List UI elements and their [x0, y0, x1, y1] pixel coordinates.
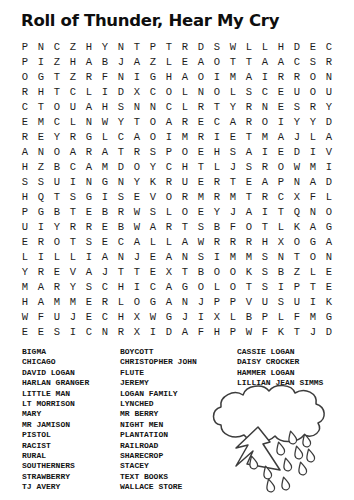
- grid-cell: T: [289, 249, 305, 264]
- grid-cell: E: [145, 249, 161, 264]
- grid-cell: C: [97, 309, 113, 324]
- grid-cell: B: [49, 159, 65, 174]
- grid-cell: A: [161, 249, 177, 264]
- grid-cell: S: [65, 189, 81, 204]
- grid-cell: R: [113, 204, 129, 219]
- grid-cell: R: [209, 234, 225, 249]
- grid-cell: U: [49, 174, 65, 189]
- grid-cell: U: [289, 84, 305, 99]
- grid-cell: G: [305, 234, 321, 249]
- grid-cell: I: [209, 129, 225, 144]
- grid-cell: O: [209, 54, 225, 69]
- word-list-item: LOGAN FAMILY: [120, 389, 197, 399]
- grid-cell: P: [145, 39, 161, 54]
- grid-cell: L: [321, 189, 337, 204]
- grid-cell: D: [321, 114, 337, 129]
- grid-cell: N: [33, 39, 49, 54]
- grid-cell: I: [33, 219, 49, 234]
- grid-cell: S: [193, 219, 209, 234]
- grid-cell: W: [289, 159, 305, 174]
- grid-cell: I: [97, 84, 113, 99]
- grid-cell: Q: [33, 189, 49, 204]
- grid-cell: L: [225, 309, 241, 324]
- grid-cell: N: [97, 324, 113, 339]
- grid-cell: G: [97, 174, 113, 189]
- grid-cell: L: [273, 309, 289, 324]
- word-list-column-3: CASSIE LOGANDAISY CROCKERHAMMER LOGANLIL…: [237, 347, 323, 389]
- grid-cell: C: [257, 84, 273, 99]
- page-title: Roll of Thunder, Hear My Cry: [21, 11, 279, 30]
- grid-cell: A: [241, 204, 257, 219]
- grid-cell: P: [257, 309, 273, 324]
- grid-cell: T: [65, 234, 81, 249]
- word-list-item: PISTOL: [22, 430, 89, 440]
- word-list-item: SOUTHERNERS: [22, 461, 89, 471]
- grid-cell: H: [97, 99, 113, 114]
- grid-cell: N: [321, 69, 337, 84]
- grid-cell: R: [33, 234, 49, 249]
- grid-cell: O: [209, 264, 225, 279]
- word-list-item: PLANTATION: [120, 430, 197, 440]
- grid-cell: R: [193, 99, 209, 114]
- word-list-item: LITTLE MAN: [22, 389, 89, 399]
- grid-cell: T: [49, 189, 65, 204]
- grid-cell: W: [129, 204, 145, 219]
- grid-cell: H: [81, 39, 97, 54]
- grid-cell: L: [305, 129, 321, 144]
- grid-cell: E: [129, 189, 145, 204]
- grid-cell: B: [97, 204, 113, 219]
- grid-cell: C: [161, 159, 177, 174]
- grid-cell: A: [161, 114, 177, 129]
- grid-cell: A: [257, 54, 273, 69]
- grid-cell: S: [113, 99, 129, 114]
- grid-cell: R: [225, 234, 241, 249]
- grid-cell: J: [193, 294, 209, 309]
- grid-cell: G: [81, 189, 97, 204]
- grid-cell: W: [241, 324, 257, 339]
- grid-cell: A: [129, 54, 145, 69]
- grid-cell: X: [209, 309, 225, 324]
- grid-cell: O: [289, 234, 305, 249]
- grid-cell: R: [49, 279, 65, 294]
- grid-cell: H: [113, 279, 129, 294]
- grid-cell: Y: [129, 174, 145, 189]
- grid-cell: A: [241, 144, 257, 159]
- grid-cell: E: [81, 309, 97, 324]
- grid-cell: E: [145, 264, 161, 279]
- worksheet-page: Roll of Thunder, Hear My Cry PNCZHYNTPTR…: [0, 0, 354, 500]
- grid-cell: R: [241, 114, 257, 129]
- grid-cell: L: [177, 84, 193, 99]
- grid-cell: E: [193, 144, 209, 159]
- grid-cell: R: [65, 129, 81, 144]
- grid-cell: D: [113, 159, 129, 174]
- grid-cell: G: [321, 219, 337, 234]
- grid-cell: O: [305, 249, 321, 264]
- grid-cell: C: [49, 114, 65, 129]
- grid-cell: S: [145, 144, 161, 159]
- grid-cell: K: [145, 174, 161, 189]
- grid-cell: E: [17, 324, 33, 339]
- grid-cell: S: [273, 294, 289, 309]
- grid-cell: I: [33, 249, 49, 264]
- grid-cell: L: [305, 264, 321, 279]
- grid-cell: X: [129, 324, 145, 339]
- grid-cell: J: [177, 309, 193, 324]
- grid-cell: O: [129, 294, 145, 309]
- grid-cell: Y: [97, 39, 113, 54]
- grid-cell: R: [161, 219, 177, 234]
- grid-cell: H: [65, 54, 81, 69]
- grid-cell: X: [289, 189, 305, 204]
- grid-cell: R: [257, 189, 273, 204]
- grid-cell: R: [81, 219, 97, 234]
- grid-cell: O: [225, 279, 241, 294]
- grid-cell: O: [17, 69, 33, 84]
- grid-cell: Y: [145, 159, 161, 174]
- grid-cell: R: [17, 84, 33, 99]
- grid-cell: I: [257, 204, 273, 219]
- grid-cell: T: [305, 279, 321, 294]
- grid-cell: M: [241, 249, 257, 264]
- grid-cell: N: [177, 294, 193, 309]
- grid-cell: A: [81, 54, 97, 69]
- grid-cell: O: [305, 69, 321, 84]
- grid-cell: Y: [305, 114, 321, 129]
- word-list-item: SHARECROP: [120, 451, 197, 461]
- grid-cell: E: [81, 204, 97, 219]
- grid-cell: T: [225, 174, 241, 189]
- grid-cell: E: [17, 234, 33, 249]
- grid-cell: R: [241, 99, 257, 114]
- grid-cell: A: [257, 174, 273, 189]
- grid-cell: B: [193, 264, 209, 279]
- grid-cell: H: [209, 144, 225, 159]
- grid-cell: B: [209, 219, 225, 234]
- grid-cell: R: [177, 39, 193, 54]
- grid-cell: C: [17, 99, 33, 114]
- grid-cell: F: [193, 324, 209, 339]
- word-list-item: DAISY CROCKER: [237, 357, 323, 367]
- word-list-item: RURAL: [22, 451, 89, 461]
- grid-cell: A: [225, 114, 241, 129]
- grid-cell: O: [177, 144, 193, 159]
- word-list-item: MARY: [22, 409, 89, 419]
- grid-cell: R: [97, 294, 113, 309]
- grid-cell: N: [113, 39, 129, 54]
- grid-cell: M: [33, 114, 49, 129]
- grid-cell: T: [273, 204, 289, 219]
- word-list-column-1: BIGMACHICAGODAVID LOGANHARLAN GRANGERLIT…: [22, 347, 89, 493]
- grid-cell: M: [49, 294, 65, 309]
- grid-cell: J: [289, 129, 305, 144]
- grid-cell: M: [97, 159, 113, 174]
- grid-cell: B: [273, 264, 289, 279]
- grid-cell: U: [65, 99, 81, 114]
- grid-cell: Y: [49, 219, 65, 234]
- grid-cell: E: [193, 174, 209, 189]
- grid-cell: R: [177, 114, 193, 129]
- grid-cell: U: [257, 294, 273, 309]
- grid-cell: T: [241, 189, 257, 204]
- grid-cell: R: [113, 324, 129, 339]
- grid-cell: D: [289, 144, 305, 159]
- grid-cell: O: [321, 204, 337, 219]
- word-list-item: WALLACE STORE: [120, 482, 197, 492]
- grid-cell: E: [241, 174, 257, 189]
- grid-cell: R: [289, 69, 305, 84]
- grid-cell: O: [209, 84, 225, 99]
- grid-cell: G: [145, 69, 161, 84]
- grid-cell: I: [321, 159, 337, 174]
- grid-cell: A: [145, 219, 161, 234]
- grid-cell: O: [193, 69, 209, 84]
- grid-cell: G: [81, 129, 97, 144]
- grid-cell: N: [305, 204, 321, 219]
- grid-cell: V: [65, 264, 81, 279]
- grid-cell: W: [129, 219, 145, 234]
- grid-cell: A: [177, 69, 193, 84]
- grid-cell: L: [257, 39, 273, 54]
- grid-cell: Z: [289, 264, 305, 279]
- grid-cell: P: [161, 144, 177, 159]
- grid-cell: N: [81, 174, 97, 189]
- grid-cell: N: [193, 84, 209, 99]
- grid-cell: M: [193, 189, 209, 204]
- grid-cell: C: [321, 39, 337, 54]
- grid-cell: G: [161, 309, 177, 324]
- grid-cell: T: [33, 99, 49, 114]
- grid-cell: M: [225, 69, 241, 84]
- grid-cell: U: [321, 84, 337, 99]
- grid-cell: N: [273, 249, 289, 264]
- grid-cell: O: [193, 279, 209, 294]
- grid-cell: L: [17, 249, 33, 264]
- grid-cell: T: [129, 114, 145, 129]
- grid-cell: N: [257, 99, 273, 114]
- grid-cell: Y: [225, 99, 241, 114]
- grid-cell: X: [161, 264, 177, 279]
- grid-cell: C: [113, 129, 129, 144]
- grid-cell: A: [129, 129, 145, 144]
- grid-cell: K: [321, 294, 337, 309]
- grid-cell: V: [321, 144, 337, 159]
- word-list-item: JEREMY: [120, 378, 197, 388]
- grid-cell: C: [65, 159, 81, 174]
- word-list-item: MR BERRY: [120, 409, 197, 419]
- grid-cell: A: [97, 249, 113, 264]
- grid-cell: E: [33, 324, 49, 339]
- grid-cell: H: [257, 234, 273, 249]
- grid-cell: T: [113, 264, 129, 279]
- grid-cell: C: [113, 234, 129, 249]
- word-list-item: NIGHT MEN: [120, 420, 197, 430]
- grid-cell: P: [273, 174, 289, 189]
- grid-cell: E: [273, 84, 289, 99]
- grid-cell: M: [257, 129, 273, 144]
- grid-cell: J: [225, 204, 241, 219]
- grid-cell: I: [273, 279, 289, 294]
- grid-cell: U: [289, 294, 305, 309]
- grid-cell: E: [81, 294, 97, 309]
- grid-cell: Z: [65, 69, 81, 84]
- grid-cell: W: [97, 114, 113, 129]
- grid-cell: W: [193, 234, 209, 249]
- grid-cell: S: [257, 249, 273, 264]
- grid-cell: F: [97, 69, 113, 84]
- grid-cell: O: [241, 219, 257, 234]
- grid-cell: H: [17, 189, 33, 204]
- grid-cell: T: [241, 279, 257, 294]
- grid-cell: L: [225, 84, 241, 99]
- grid-cell: M: [177, 129, 193, 144]
- grid-cell: J: [113, 54, 129, 69]
- grid-cell: B: [241, 309, 257, 324]
- grid-cell: C: [145, 84, 161, 99]
- grid-cell: F: [305, 189, 321, 204]
- grid-cell: R: [321, 54, 337, 69]
- grid-cell: T: [129, 39, 145, 54]
- grid-cell: Y: [65, 279, 81, 294]
- grid-cell: I: [33, 54, 49, 69]
- word-list-item: TJ AVERY: [22, 482, 89, 492]
- grid-cell: D: [193, 39, 209, 54]
- grid-cell: L: [81, 84, 97, 99]
- grid-cell: M: [305, 159, 321, 174]
- word-list-item: STACEY: [120, 461, 197, 471]
- grid-cell: S: [241, 159, 257, 174]
- grid-cell: A: [193, 54, 209, 69]
- word-list-item: BIGMA: [22, 347, 89, 357]
- grid-cell: T: [241, 129, 257, 144]
- grid-cell: L: [161, 54, 177, 69]
- grid-cell: U: [49, 309, 65, 324]
- grid-cell: T: [257, 219, 273, 234]
- grid-cell: C: [81, 324, 97, 339]
- word-list-item: RACIST: [22, 441, 89, 451]
- grid-cell: F: [33, 309, 49, 324]
- grid-cell: E: [193, 204, 209, 219]
- grid-cell: A: [321, 129, 337, 144]
- grid-cell: R: [257, 159, 273, 174]
- grid-cell: A: [161, 294, 177, 309]
- grid-cell: G: [177, 279, 193, 294]
- word-list-item: FLUTE: [120, 368, 197, 378]
- grid-cell: N: [113, 69, 129, 84]
- grid-cell: R: [305, 99, 321, 114]
- grid-cell: A: [273, 54, 289, 69]
- grid-cell: J: [129, 249, 145, 264]
- grid-cell: R: [193, 129, 209, 144]
- grid-cell: Z: [145, 54, 161, 69]
- grid-cell: F: [289, 309, 305, 324]
- grid-cell: L: [97, 129, 113, 144]
- grid-cell: I: [209, 249, 225, 264]
- grid-cell: K: [273, 324, 289, 339]
- grid-cell: D: [113, 84, 129, 99]
- grid-cell: V: [241, 294, 257, 309]
- grid-cell: O: [257, 114, 273, 129]
- grid-cell: N: [289, 174, 305, 189]
- grid-cell: A: [305, 174, 321, 189]
- grid-cell: L: [161, 234, 177, 249]
- grid-cell: K: [289, 219, 305, 234]
- grid-cell: L: [209, 279, 225, 294]
- grid-cell: S: [257, 279, 273, 294]
- grid-cell: S: [145, 204, 161, 219]
- grid-cell: I: [81, 249, 97, 264]
- grid-cell: T: [65, 204, 81, 219]
- grid-cell: S: [257, 264, 273, 279]
- grid-cell: E: [273, 99, 289, 114]
- grid-cell: I: [273, 114, 289, 129]
- grid-cell: M: [65, 294, 81, 309]
- grid-cell: C: [65, 84, 81, 99]
- grid-cell: L: [161, 204, 177, 219]
- grid-cell: S: [305, 54, 321, 69]
- grid-cell: E: [97, 234, 113, 249]
- grid-cell: T: [177, 264, 193, 279]
- grid-cell: I: [257, 144, 273, 159]
- grid-cell: F: [257, 324, 273, 339]
- grid-cell: S: [209, 39, 225, 54]
- grid-cell: B: [97, 54, 113, 69]
- grid-cell: H: [113, 309, 129, 324]
- grid-cell: R: [17, 129, 33, 144]
- grid-cell: P: [17, 54, 33, 69]
- grid-cell: A: [305, 219, 321, 234]
- grid-cell: R: [241, 234, 257, 249]
- grid-cell: I: [209, 69, 225, 84]
- grid-cell: E: [97, 219, 113, 234]
- grid-cell: R: [161, 174, 177, 189]
- word-list-item: DAVID LOGAN: [22, 368, 89, 378]
- grid-cell: L: [241, 39, 257, 54]
- grid-cell: A: [97, 144, 113, 159]
- word-list-item: HAMMER LOGAN: [237, 368, 323, 378]
- grid-cell: B: [113, 219, 129, 234]
- word-list-item: TEXT BOOKS: [120, 472, 197, 482]
- grid-cell: Y: [209, 204, 225, 219]
- grid-cell: S: [289, 99, 305, 114]
- grid-cell: G: [321, 309, 337, 324]
- grid-cell: N: [81, 114, 97, 129]
- word-list-item: CHRISTOPHER JOHN: [120, 357, 197, 367]
- grid-cell: S: [193, 249, 209, 264]
- grid-cell: X: [129, 84, 145, 99]
- grid-cell: C: [209, 114, 225, 129]
- grid-cell: C: [145, 279, 161, 294]
- grid-cell: D: [321, 174, 337, 189]
- grid-cell: Y: [17, 264, 33, 279]
- grid-cell: L: [145, 234, 161, 249]
- grid-cell: N: [145, 99, 161, 114]
- grid-cell: R: [65, 219, 81, 234]
- grid-cell: O: [225, 264, 241, 279]
- grid-cell: R: [33, 264, 49, 279]
- grid-cell: A: [81, 159, 97, 174]
- grid-cell: T: [113, 144, 129, 159]
- grid-cell: D: [289, 39, 305, 54]
- grid-cell: R: [177, 189, 193, 204]
- grid-cell: L: [177, 99, 193, 114]
- grid-cell: C: [273, 189, 289, 204]
- grid-cell: S: [113, 189, 129, 204]
- grid-cell: R: [209, 174, 225, 189]
- grid-cell: T: [209, 99, 225, 114]
- grid-cell: U: [17, 219, 33, 234]
